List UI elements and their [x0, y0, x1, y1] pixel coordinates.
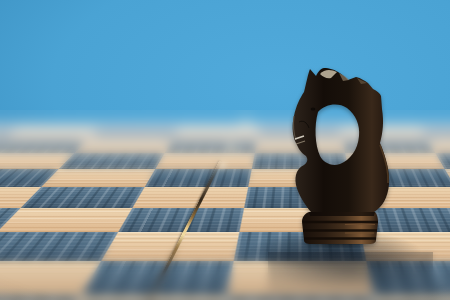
board-square [373, 296, 450, 300]
board-square [0, 296, 80, 300]
board-square [0, 232, 118, 261]
board-square [88, 127, 180, 139]
board-square [59, 153, 165, 169]
bokeh-glint [238, 116, 254, 132]
board-square [0, 208, 132, 232]
board-square [132, 187, 248, 208]
scene-photo [0, 0, 450, 300]
knight-silhouette [293, 68, 390, 212]
board-square [218, 296, 381, 300]
board-square [21, 187, 145, 208]
base-collar-shadow [309, 212, 375, 216]
board-square [118, 208, 244, 232]
board-square [366, 261, 450, 296]
board-square [41, 169, 155, 187]
board-square [74, 139, 172, 153]
board-square [227, 261, 373, 296]
board-square [55, 296, 227, 300]
eye [311, 107, 316, 110]
board-square [165, 139, 258, 153]
board-square [3, 127, 100, 139]
board-square [145, 169, 252, 187]
black-knight-piece [283, 62, 398, 252]
board-square [155, 153, 254, 169]
bokeh-glint [217, 160, 228, 171]
bokeh-glint [225, 140, 238, 153]
board-square [80, 261, 233, 296]
